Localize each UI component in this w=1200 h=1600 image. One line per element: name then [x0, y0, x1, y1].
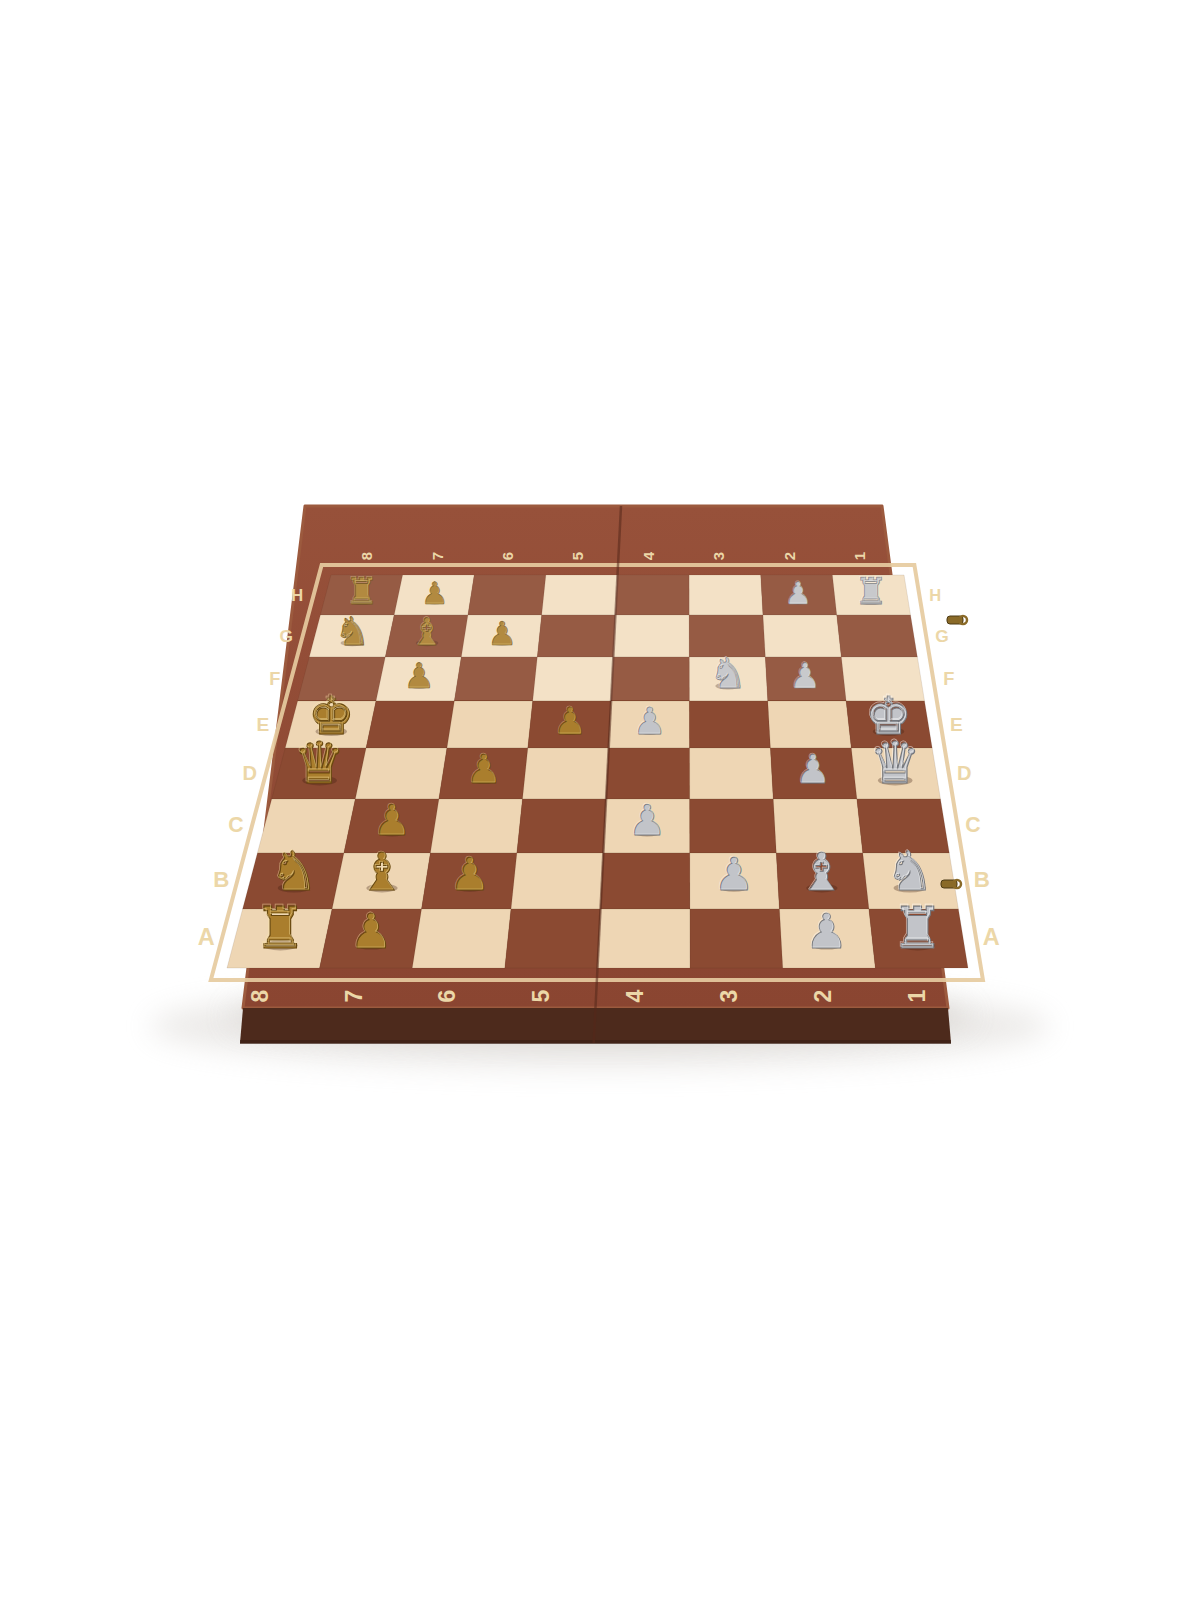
brass-clasp-icon: [947, 616, 967, 624]
file-label-left-C: C: [228, 813, 243, 836]
file-label-left-B: B: [213, 867, 229, 892]
file-label-right-F: F: [943, 668, 954, 689]
file-label-right-D: D: [957, 762, 972, 784]
square-e3[interactable]: [689, 701, 770, 748]
file-label-left-E: E: [256, 714, 269, 735]
rank-label-near-3: 3: [716, 990, 742, 1003]
piece-gold-rook-a8[interactable]: ♜♜: [253, 892, 306, 961]
piece-silver-rook-a1[interactable]: ♜♜: [891, 892, 944, 961]
square-e6[interactable]: [447, 701, 533, 748]
piece-highlight: ♟: [349, 902, 392, 958]
piece-highlight: ♜: [891, 892, 943, 960]
piece-highlight: ♟: [632, 698, 665, 742]
square-a3[interactable]: [690, 909, 783, 968]
board-bottom-edge: [240, 1040, 951, 1044]
rank-label-far-5: 5: [569, 552, 586, 560]
square-a5[interactable]: [505, 909, 601, 968]
piece-gold-pawn-d6[interactable]: ♟♟: [465, 745, 501, 792]
file-label-left-H: H: [291, 586, 303, 605]
piece-highlight: ♛: [293, 728, 345, 795]
square-e7[interactable]: [366, 701, 454, 748]
file-label-right-B: B: [974, 867, 990, 892]
square-b4[interactable]: [601, 853, 690, 909]
file-label-right-H: H: [929, 586, 941, 605]
file-label-left-D: D: [243, 762, 258, 784]
file-label-right-C: C: [965, 813, 980, 836]
piece-gold-pawn-b6[interactable]: ♟♟: [449, 847, 490, 901]
square-a6[interactable]: [412, 909, 511, 968]
piece-highlight: ♝: [358, 841, 405, 901]
piece-silver-pawn-d2[interactable]: ♟♟: [794, 745, 830, 792]
square-d5[interactable]: [523, 748, 609, 799]
far-light-wash: [298, 575, 924, 700]
piece-highlight: ♜: [253, 892, 305, 960]
square-c6[interactable]: [430, 799, 522, 853]
file-label-right-G: G: [935, 626, 949, 646]
piece-silver-pawn-e4[interactable]: ♟♟: [632, 698, 666, 743]
piece-highlight: ♛: [868, 728, 920, 795]
rank-label-near-5: 5: [528, 989, 554, 1002]
square-d7[interactable]: [355, 748, 447, 799]
piece-highlight: ♟: [449, 847, 489, 900]
piece-silver-bishop-b2[interactable]: ♝♝: [798, 841, 846, 902]
rank-label-near-7: 7: [341, 990, 367, 1003]
rank-label-far-6: 6: [499, 552, 516, 560]
file-label-right-A: A: [983, 924, 1000, 950]
piece-highlight: ♝: [798, 841, 845, 901]
file-label-right-E: E: [950, 714, 963, 735]
piece-highlight: ♟: [713, 847, 753, 900]
square-d3[interactable]: [690, 748, 774, 799]
file-label-left-F: F: [269, 668, 280, 689]
rank-label-near-8: 8: [247, 989, 273, 1002]
piece-gold-pawn-e5[interactable]: ♟♟: [553, 698, 587, 743]
rank-label-far-2: 2: [781, 552, 798, 560]
piece-silver-pawn-a2[interactable]: ♟♟: [804, 902, 848, 959]
rank-label-near-6: 6: [434, 990, 460, 1003]
rank-label-far-7: 7: [429, 552, 446, 560]
piece-gold-queen-d8[interactable]: ♛♛: [293, 728, 346, 796]
rank-label-far-8: 8: [358, 552, 375, 560]
piece-gold-pawn-a7[interactable]: ♟♟: [349, 902, 393, 959]
piece-silver-pawn-b3[interactable]: ♟♟: [713, 847, 754, 901]
square-e2[interactable]: [768, 701, 852, 748]
square-d4[interactable]: [606, 748, 690, 799]
photo-backdrop: HHGGFFEEDDCCBBAA8877665544332211♜♜♟♟♟♟♜♜…: [0, 0, 1200, 1600]
rank-label-far-3: 3: [710, 552, 727, 560]
piece-silver-queen-d1[interactable]: ♛♛: [868, 728, 921, 796]
piece-silver-pawn-c4[interactable]: ♟♟: [627, 795, 666, 845]
chess-board: HHGGFFEEDDCCBBAA8877665544332211♜♜♟♟♟♟♜♜…: [0, 0, 1200, 1600]
square-c5[interactable]: [517, 799, 606, 853]
piece-highlight: ♟: [372, 795, 410, 844]
piece-highlight: ♟: [794, 745, 830, 791]
piece-highlight: ♟: [465, 745, 501, 791]
piece-highlight: ♟: [804, 902, 847, 958]
rank-label-near-2: 2: [810, 990, 836, 1003]
file-label-left-G: G: [280, 626, 294, 646]
piece-gold-pawn-c7[interactable]: ♟♟: [372, 795, 411, 845]
piece-highlight: ♟: [553, 698, 586, 742]
rank-label-far-1: 1: [851, 552, 868, 560]
square-a4[interactable]: [598, 909, 691, 968]
rank-label-near-4: 4: [622, 989, 648, 1002]
rank-label-far-4: 4: [640, 551, 657, 560]
piece-highlight: ♟: [627, 795, 665, 844]
square-b5[interactable]: [511, 853, 603, 909]
brass-clasp-icon: [941, 880, 961, 888]
file-label-left-A: A: [198, 924, 215, 950]
rank-label-near-1: 1: [904, 989, 930, 1002]
piece-gold-bishop-b7[interactable]: ♝♝: [358, 841, 406, 902]
square-c3[interactable]: [690, 799, 777, 853]
